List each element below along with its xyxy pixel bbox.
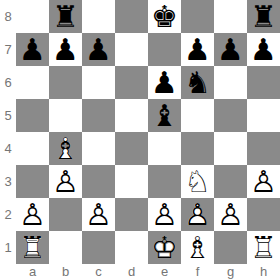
square-f1[interactable]: ♝♗	[181, 231, 214, 264]
square-b6[interactable]	[49, 66, 82, 99]
knight-outline-layer: ♘	[181, 165, 214, 198]
square-c3[interactable]	[82, 165, 115, 198]
square-c1[interactable]	[82, 231, 115, 264]
black-rook[interactable]: ♜	[247, 0, 280, 33]
square-g4[interactable]	[214, 132, 247, 165]
rook-outline-layer: ♖	[247, 231, 280, 264]
square-a1[interactable]: ♜♖	[16, 231, 49, 264]
black-pawn[interactable]: ♟	[82, 33, 115, 66]
square-f8[interactable]	[181, 0, 214, 33]
square-a6[interactable]	[16, 66, 49, 99]
square-h3[interactable]: ♟♙	[247, 165, 280, 198]
square-b4[interactable]: ♝♗	[49, 132, 82, 165]
square-e8[interactable]: ♚	[148, 0, 181, 33]
white-pawn[interactable]: ♟♙	[49, 165, 82, 198]
pawn-outline-layer: ♙	[181, 198, 214, 231]
square-e5[interactable]: ♝	[148, 99, 181, 132]
square-g5[interactable]	[214, 99, 247, 132]
file-label-f: f	[181, 264, 214, 280]
white-knight[interactable]: ♞♘	[181, 165, 214, 198]
pawn-outline-layer: ♙	[247, 165, 280, 198]
rank-label-8: 8	[0, 0, 16, 33]
white-pawn[interactable]: ♟♙	[214, 198, 247, 231]
square-a2[interactable]: ♟♙	[16, 198, 49, 231]
rook-outline-layer: ♖	[16, 231, 49, 264]
square-h1[interactable]: ♜♖	[247, 231, 280, 264]
chess-board: ♜♚♜♟♟♟♟♟♟♟♞♝♝♗♟♙♞♘♟♙♟♙♟♙♟♙♟♙♟♙♜♖♚♔♝♗♜♖	[16, 0, 280, 264]
square-f7[interactable]: ♟	[181, 33, 214, 66]
pawn-outline-layer: ♙	[49, 165, 82, 198]
square-g8[interactable]	[214, 0, 247, 33]
black-pawn[interactable]: ♟	[214, 33, 247, 66]
bishop-outline-layer: ♗	[49, 132, 82, 165]
square-g6[interactable]	[214, 66, 247, 99]
square-f3[interactable]: ♞♘	[181, 165, 214, 198]
rank-label-5: 5	[0, 99, 16, 132]
square-h8[interactable]: ♜	[247, 0, 280, 33]
square-d2[interactable]	[115, 198, 148, 231]
white-rook[interactable]: ♜♖	[247, 231, 280, 264]
rank-label-7: 7	[0, 33, 16, 66]
rank-label-2: 2	[0, 198, 16, 231]
square-e1[interactable]: ♚♔	[148, 231, 181, 264]
square-f2[interactable]: ♟♙	[181, 198, 214, 231]
white-pawn[interactable]: ♟♙	[148, 198, 181, 231]
chess-board-diagram: 8 7 6 5 4 3 2 1 ♜♚♜♟♟♟♟♟♟♟♞♝♝♗♟♙♞♘♟♙♟♙♟♙…	[0, 0, 280, 280]
square-d7[interactable]	[115, 33, 148, 66]
square-c7[interactable]: ♟	[82, 33, 115, 66]
file-label-c: c	[82, 264, 115, 280]
pawn-outline-layer: ♙	[214, 198, 247, 231]
square-g3[interactable]	[214, 165, 247, 198]
square-c5[interactable]	[82, 99, 115, 132]
white-pawn[interactable]: ♟♙	[247, 165, 280, 198]
square-a7[interactable]: ♟	[16, 33, 49, 66]
square-d5[interactable]	[115, 99, 148, 132]
white-bishop[interactable]: ♝♗	[49, 132, 82, 165]
square-e2[interactable]: ♟♙	[148, 198, 181, 231]
square-e7[interactable]	[148, 33, 181, 66]
square-d1[interactable]	[115, 231, 148, 264]
file-label-b: b	[49, 264, 82, 280]
rank-label-3: 3	[0, 165, 16, 198]
square-f5[interactable]	[181, 99, 214, 132]
square-c4[interactable]	[82, 132, 115, 165]
king-outline-layer: ♔	[148, 231, 181, 264]
square-b3[interactable]: ♟♙	[49, 165, 82, 198]
square-d4[interactable]	[115, 132, 148, 165]
square-b7[interactable]: ♟	[49, 33, 82, 66]
square-b5[interactable]	[49, 99, 82, 132]
black-knight[interactable]: ♞	[181, 66, 214, 99]
square-e6[interactable]: ♟	[148, 66, 181, 99]
pawn-outline-layer: ♙	[82, 198, 115, 231]
bishop-outline-layer: ♗	[181, 231, 214, 264]
rank-label-4: 4	[0, 132, 16, 165]
file-label-h: h	[247, 264, 280, 280]
square-b8[interactable]: ♜	[49, 0, 82, 33]
file-label-g: g	[214, 264, 247, 280]
square-d8[interactable]	[115, 0, 148, 33]
square-h5[interactable]	[247, 99, 280, 132]
square-h4[interactable]	[247, 132, 280, 165]
square-e3[interactable]	[148, 165, 181, 198]
white-bishop[interactable]: ♝♗	[181, 231, 214, 264]
square-a5[interactable]	[16, 99, 49, 132]
square-c2[interactable]: ♟♙	[82, 198, 115, 231]
file-label-a: a	[16, 264, 49, 280]
rank-label-1: 1	[0, 231, 16, 264]
square-c6[interactable]	[82, 66, 115, 99]
square-a8[interactable]	[16, 0, 49, 33]
file-label-d: d	[115, 264, 148, 280]
square-d6[interactable]	[115, 66, 148, 99]
black-rook[interactable]: ♜	[49, 0, 82, 33]
square-h7[interactable]: ♟	[247, 33, 280, 66]
square-f6[interactable]: ♞	[181, 66, 214, 99]
black-pawn[interactable]: ♟	[148, 66, 181, 99]
pawn-outline-layer: ♙	[148, 198, 181, 231]
square-g2[interactable]: ♟♙	[214, 198, 247, 231]
white-pawn[interactable]: ♟♙	[181, 198, 214, 231]
black-pawn[interactable]: ♟	[247, 33, 280, 66]
rank-labels: 8 7 6 5 4 3 2 1	[0, 0, 16, 264]
square-g1[interactable]	[214, 231, 247, 264]
white-pawn[interactable]: ♟♙	[82, 198, 115, 231]
square-c8[interactable]	[82, 0, 115, 33]
file-labels: a b c d e f g h	[16, 264, 280, 280]
square-f4[interactable]	[181, 132, 214, 165]
black-pawn[interactable]: ♟	[181, 33, 214, 66]
square-g7[interactable]: ♟	[214, 33, 247, 66]
white-pawn[interactable]: ♟♙	[16, 198, 49, 231]
square-b1[interactable]	[49, 231, 82, 264]
white-rook[interactable]: ♜♖	[16, 231, 49, 264]
square-a3[interactable]	[16, 165, 49, 198]
black-pawn[interactable]: ♟	[16, 33, 49, 66]
pawn-outline-layer: ♙	[16, 198, 49, 231]
white-king[interactable]: ♚♔	[148, 231, 181, 264]
rank-label-6: 6	[0, 66, 16, 99]
square-h2[interactable]	[247, 198, 280, 231]
square-a4[interactable]	[16, 132, 49, 165]
square-b2[interactable]	[49, 198, 82, 231]
file-label-e: e	[148, 264, 181, 280]
square-e4[interactable]	[148, 132, 181, 165]
black-bishop[interactable]: ♝	[148, 99, 181, 132]
square-h6[interactable]	[247, 66, 280, 99]
square-d3[interactable]	[115, 165, 148, 198]
black-king[interactable]: ♚	[148, 0, 181, 33]
black-pawn[interactable]: ♟	[49, 33, 82, 66]
